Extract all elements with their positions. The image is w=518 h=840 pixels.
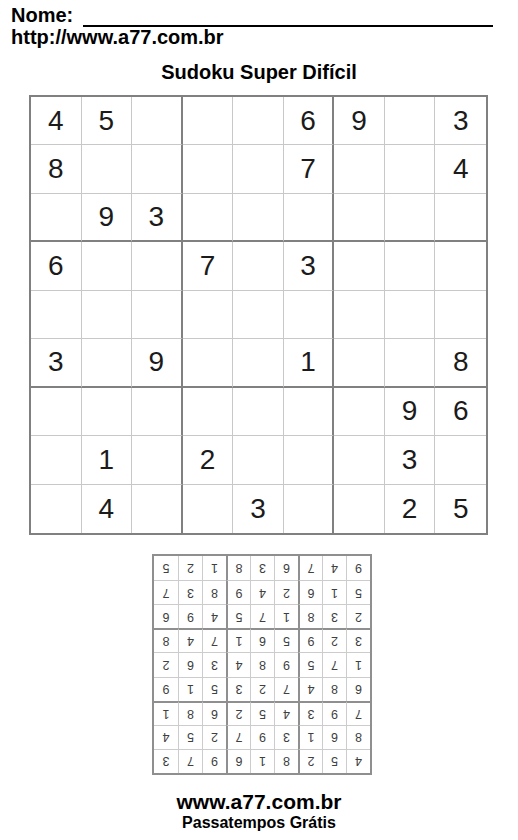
solution-cell: 1	[226, 628, 250, 652]
solution-cell: 4	[226, 652, 250, 676]
given-cell: 6	[284, 97, 335, 145]
solution-cell: 8	[202, 580, 226, 604]
solution-cell: 9	[226, 580, 250, 604]
empty-cell	[334, 145, 385, 193]
empty-cell	[183, 339, 234, 387]
empty-cell	[132, 97, 183, 145]
empty-cell	[284, 485, 335, 533]
solution-cell: 7	[202, 628, 226, 652]
empty-cell	[284, 388, 335, 436]
solution-cell: 3	[202, 652, 226, 676]
puzzle-grid: 45693874936733918961234325	[29, 95, 488, 535]
empty-cell	[385, 97, 436, 145]
given-cell: 3	[233, 485, 284, 533]
empty-cell	[31, 436, 82, 484]
empty-cell	[132, 242, 183, 290]
solution-cell: 1	[154, 701, 178, 725]
empty-cell	[183, 145, 234, 193]
empty-cell	[31, 291, 82, 339]
empty-cell	[132, 436, 183, 484]
solution-cell: 5	[298, 652, 322, 676]
empty-cell	[82, 388, 133, 436]
solution-cell: 1	[322, 580, 346, 604]
solution-cell: 3	[226, 677, 250, 701]
solution-cell: 6	[250, 628, 274, 652]
given-cell: 4	[31, 97, 82, 145]
solution-cell: 8	[154, 628, 178, 652]
given-cell: 6	[31, 242, 82, 290]
empty-cell	[435, 242, 486, 290]
given-cell: 9	[82, 194, 133, 242]
empty-cell	[132, 388, 183, 436]
solution-cell: 1	[202, 556, 226, 580]
solution-cell: 5	[178, 725, 202, 749]
given-cell: 3	[31, 339, 82, 387]
name-label: Nome:	[11, 4, 73, 27]
empty-cell	[334, 242, 385, 290]
solution-cell: 7	[322, 652, 346, 676]
empty-cell	[233, 436, 284, 484]
solution-cell: 8	[346, 725, 370, 749]
site-url: http://www.a77.com.br	[11, 26, 224, 49]
given-cell: 4	[435, 145, 486, 193]
given-cell: 8	[435, 339, 486, 387]
empty-cell	[183, 388, 234, 436]
solution-cell: 9	[202, 749, 226, 773]
solution-cell: 7	[154, 580, 178, 604]
solution-cell: 3	[322, 604, 346, 628]
empty-cell	[435, 291, 486, 339]
solution-cell: 5	[346, 580, 370, 604]
given-cell: 1	[82, 436, 133, 484]
solution-cell: 8	[298, 604, 322, 628]
given-cell: 3	[132, 194, 183, 242]
solution-cell: 9	[154, 677, 178, 701]
solution-cell: 6	[274, 556, 298, 580]
empty-cell	[183, 291, 234, 339]
solution-cell: 9	[322, 701, 346, 725]
empty-cell	[82, 145, 133, 193]
empty-cell	[233, 388, 284, 436]
solution-cell: 2	[322, 628, 346, 652]
solution-cell: 9	[274, 652, 298, 676]
solution-cell: 3	[178, 580, 202, 604]
empty-cell	[132, 485, 183, 533]
solution-cell: 7	[346, 701, 370, 725]
given-cell: 3	[435, 97, 486, 145]
given-cell: 5	[82, 97, 133, 145]
empty-cell	[334, 339, 385, 387]
solution-cell: 1	[346, 652, 370, 676]
empty-cell	[284, 194, 335, 242]
solution-cell: 9	[178, 604, 202, 628]
empty-cell	[334, 291, 385, 339]
solution-cell: 2	[274, 580, 298, 604]
empty-cell	[334, 485, 385, 533]
given-cell: 9	[132, 339, 183, 387]
empty-cell	[31, 388, 82, 436]
empty-cell	[385, 339, 436, 387]
solution-cell: 8	[322, 677, 346, 701]
solution-cell: 8	[274, 749, 298, 773]
solution-cell: 3	[298, 701, 322, 725]
empty-cell	[435, 436, 486, 484]
empty-cell	[334, 436, 385, 484]
solution-grid: 4528169738613972547934526816847235191759…	[152, 554, 372, 775]
empty-cell	[284, 291, 335, 339]
solution-cell: 2	[226, 701, 250, 725]
given-cell: 7	[284, 145, 335, 193]
solution-cell: 2	[178, 556, 202, 580]
empty-cell	[132, 145, 183, 193]
empty-cell	[183, 485, 234, 533]
solution-cell: 4	[346, 749, 370, 773]
given-cell: 2	[183, 436, 234, 484]
solution-cell: 4	[178, 628, 202, 652]
solution-cell: 6	[298, 580, 322, 604]
solution-cell: 7	[178, 749, 202, 773]
name-blank-line	[83, 8, 493, 27]
solution-cell: 6	[178, 652, 202, 676]
solution-cell: 6	[346, 677, 370, 701]
empty-cell	[233, 145, 284, 193]
solution-cell: 9	[346, 556, 370, 580]
page-title: Sudoku Super Difícil	[0, 61, 518, 84]
empty-cell	[183, 97, 234, 145]
solution-cell: 1	[298, 725, 322, 749]
solution-cell: 2	[298, 749, 322, 773]
empty-cell	[284, 436, 335, 484]
footer-site: www.a77.com.br	[0, 790, 518, 814]
given-cell: 6	[435, 388, 486, 436]
solution-cell: 6	[202, 701, 226, 725]
empty-cell	[385, 194, 436, 242]
given-cell: 7	[183, 242, 234, 290]
solution-cell: 7	[250, 604, 274, 628]
solution-cell: 1	[178, 677, 202, 701]
footer-tagline: Passatempos Grátis	[0, 814, 518, 832]
solution-cell: 7	[226, 725, 250, 749]
empty-cell	[82, 242, 133, 290]
solution-cell: 3	[274, 725, 298, 749]
given-cell: 8	[31, 145, 82, 193]
solution-cell: 6	[226, 749, 250, 773]
solution-cell: 1	[250, 749, 274, 773]
empty-cell	[233, 194, 284, 242]
solution-cell: 3	[250, 556, 274, 580]
solution-cell: 8	[250, 652, 274, 676]
empty-cell	[233, 97, 284, 145]
solution-cell: 5	[250, 701, 274, 725]
given-cell: 2	[385, 485, 436, 533]
empty-cell	[334, 388, 385, 436]
name-row: Nome:	[11, 4, 493, 27]
solution-cell: 2	[154, 652, 178, 676]
solution-cell: 7	[298, 556, 322, 580]
given-cell: 9	[385, 388, 436, 436]
empty-cell	[435, 194, 486, 242]
given-cell: 3	[385, 436, 436, 484]
empty-cell	[233, 339, 284, 387]
given-cell: 9	[334, 97, 385, 145]
solution-cell: 4	[154, 725, 178, 749]
solution-cell: 5	[322, 749, 346, 773]
empty-cell	[183, 194, 234, 242]
empty-cell	[385, 145, 436, 193]
solution-cell: 4	[250, 580, 274, 604]
given-cell: 5	[435, 485, 486, 533]
empty-cell	[31, 194, 82, 242]
solution-cell: 9	[298, 628, 322, 652]
solution-cell: 1	[274, 604, 298, 628]
solution-cell: 5	[274, 628, 298, 652]
solution-cell: 2	[346, 604, 370, 628]
solution-cell: 6	[154, 604, 178, 628]
empty-cell	[385, 291, 436, 339]
solution-cell: 8	[178, 701, 202, 725]
solution-cell: 5	[202, 677, 226, 701]
solution-cell: 8	[226, 556, 250, 580]
solution-cell: 3	[154, 749, 178, 773]
empty-cell	[334, 194, 385, 242]
empty-cell	[31, 485, 82, 533]
solution-cell: 5	[154, 556, 178, 580]
solution-cell: 3	[346, 628, 370, 652]
given-cell: 1	[284, 339, 335, 387]
solution-cell: 4	[298, 677, 322, 701]
solution-cell: 9	[250, 725, 274, 749]
empty-cell	[82, 291, 133, 339]
solution-cell: 2	[250, 677, 274, 701]
solution-cell: 4	[322, 556, 346, 580]
given-cell: 4	[82, 485, 133, 533]
solution-cell: 4	[202, 604, 226, 628]
given-cell: 3	[284, 242, 335, 290]
solution-cell: 6	[322, 725, 346, 749]
empty-cell	[233, 291, 284, 339]
empty-cell	[385, 242, 436, 290]
solution-cell: 4	[274, 701, 298, 725]
empty-cell	[132, 291, 183, 339]
empty-cell	[233, 242, 284, 290]
solution-cell: 5	[226, 604, 250, 628]
solution-cell: 7	[274, 677, 298, 701]
empty-cell	[82, 339, 133, 387]
solution-cell: 2	[202, 725, 226, 749]
